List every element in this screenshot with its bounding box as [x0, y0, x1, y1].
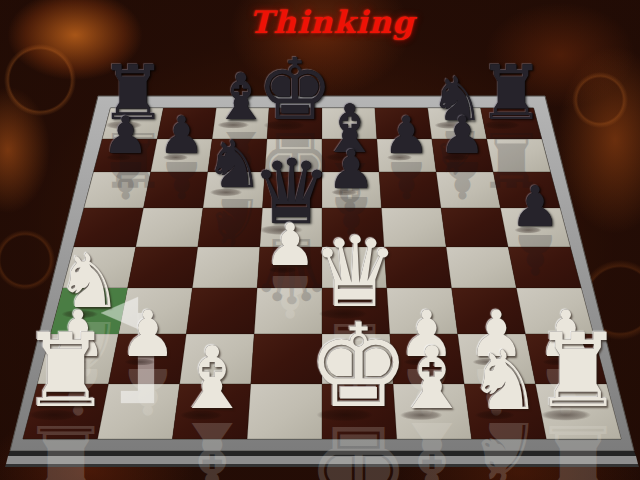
- square-b4[interactable]: [128, 247, 198, 288]
- thinking-status-text: Thinking: [249, 4, 414, 40]
- square-b5[interactable]: [136, 208, 203, 247]
- piece-white-bishop-c1[interactable]: ♝: [173, 335, 251, 422]
- piece-black-pawn-f7[interactable]: ♟: [383, 110, 429, 161]
- piece-white-rook-a1[interactable]: ♜: [20, 321, 111, 423]
- piece-white-pawn-d4[interactable]: ♟: [264, 216, 316, 274]
- piece-black-pawn-b7[interactable]: ♟: [159, 110, 205, 161]
- chess-game-screen: Thinking ♜♜♝♝♚♚♞♞♜♜♟♟♟♟♝♝♟♟♟♟♞♞♟♟♛♛♟♟♟♟♞…: [0, 0, 640, 480]
- board-frame-edge: [6, 456, 638, 464]
- square-a6[interactable]: [84, 172, 151, 208]
- piece-white-rook-h1[interactable]: ♜: [533, 321, 624, 423]
- square-g6[interactable]: [436, 172, 500, 208]
- square-h7[interactable]: [487, 139, 551, 172]
- piece-black-pawn-h5[interactable]: ♟: [510, 178, 560, 234]
- piece-white-pawn-b2[interactable]: ♟: [119, 303, 176, 367]
- piece-black-pawn-a7[interactable]: ♟: [102, 110, 148, 161]
- piece-white-bishop-f1[interactable]: ♝: [393, 335, 471, 422]
- square-h4[interactable]: [508, 247, 581, 288]
- piece-white-knight-g1[interactable]: ♞: [468, 339, 542, 421]
- square-f6[interactable]: [379, 172, 441, 208]
- square-g4[interactable]: [446, 247, 516, 288]
- board-frame-edge: [8, 451, 636, 456]
- square-g5[interactable]: [441, 208, 508, 247]
- piece-black-rook-h8[interactable]: ♜: [477, 56, 544, 131]
- board-frame-edge: [5, 464, 639, 467]
- square-b6[interactable]: [144, 172, 208, 208]
- square-c4[interactable]: [192, 247, 260, 288]
- piece-black-pawn-e6[interactable]: ♟: [327, 143, 375, 197]
- piece-black-pawn-g7[interactable]: ♟: [439, 110, 485, 161]
